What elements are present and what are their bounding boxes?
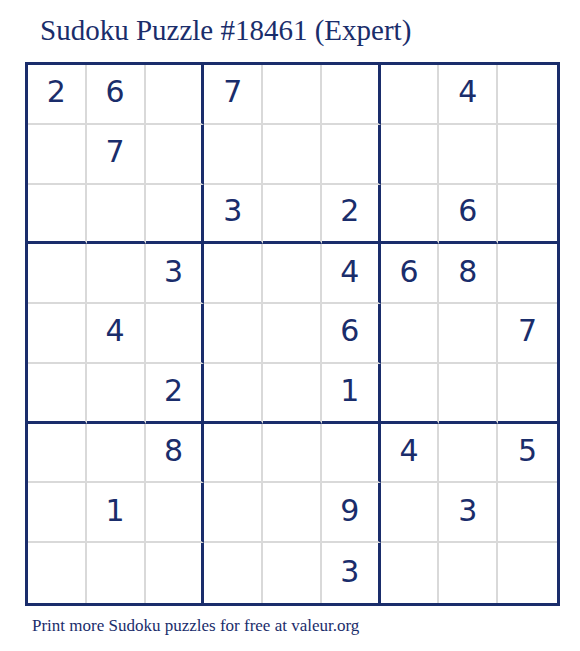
cell-r4c6: 4 bbox=[322, 244, 381, 304]
cell-r8c5 bbox=[263, 483, 322, 543]
cell-r9c4 bbox=[204, 543, 263, 603]
cell-r6c7 bbox=[381, 364, 440, 424]
cell-r5c7 bbox=[381, 304, 440, 364]
cell-r2c8 bbox=[439, 125, 498, 185]
cell-r3c8: 6 bbox=[439, 185, 498, 245]
cell-r5c3 bbox=[146, 304, 205, 364]
cell-r5c9: 7 bbox=[498, 304, 557, 364]
page-title: Sudoku Puzzle #18461 (Expert) bbox=[40, 14, 411, 47]
cell-r2c6 bbox=[322, 125, 381, 185]
cell-r6c3: 2 bbox=[146, 364, 205, 424]
cell-r6c1 bbox=[28, 364, 87, 424]
cell-r3c6: 2 bbox=[322, 185, 381, 245]
cell-r8c6: 9 bbox=[322, 483, 381, 543]
cell-r3c1 bbox=[28, 185, 87, 245]
cell-r8c7 bbox=[381, 483, 440, 543]
cell-r1c9 bbox=[498, 65, 557, 125]
sudoku-board: 267473263468467218451933 bbox=[25, 62, 560, 606]
cell-r3c3 bbox=[146, 185, 205, 245]
cell-r5c4 bbox=[204, 304, 263, 364]
cell-r4c7: 6 bbox=[381, 244, 440, 304]
cell-r1c2: 6 bbox=[87, 65, 146, 125]
cell-r7c8 bbox=[439, 424, 498, 484]
cell-r4c4 bbox=[204, 244, 263, 304]
cell-r8c8: 3 bbox=[439, 483, 498, 543]
cell-r7c1 bbox=[28, 424, 87, 484]
cell-r1c5 bbox=[263, 65, 322, 125]
cell-r8c3 bbox=[146, 483, 205, 543]
cell-r6c9 bbox=[498, 364, 557, 424]
cell-r5c5 bbox=[263, 304, 322, 364]
cell-r8c1 bbox=[28, 483, 87, 543]
cell-r3c5 bbox=[263, 185, 322, 245]
cell-r6c6: 1 bbox=[322, 364, 381, 424]
footer-text: Print more Sudoku puzzles for free at va… bbox=[32, 616, 359, 636]
cell-r3c2 bbox=[87, 185, 146, 245]
cell-r9c2 bbox=[87, 543, 146, 603]
cell-r5c1 bbox=[28, 304, 87, 364]
cell-r9c1 bbox=[28, 543, 87, 603]
cell-r7c9: 5 bbox=[498, 424, 557, 484]
cell-r6c8 bbox=[439, 364, 498, 424]
cell-r4c9 bbox=[498, 244, 557, 304]
cell-r7c5 bbox=[263, 424, 322, 484]
cell-r8c4 bbox=[204, 483, 263, 543]
cell-r7c7: 4 bbox=[381, 424, 440, 484]
cell-r9c5 bbox=[263, 543, 322, 603]
cell-r4c1 bbox=[28, 244, 87, 304]
cell-r9c3 bbox=[146, 543, 205, 603]
cell-r6c5 bbox=[263, 364, 322, 424]
cell-r2c3 bbox=[146, 125, 205, 185]
cell-r9c7 bbox=[381, 543, 440, 603]
cell-r6c4 bbox=[204, 364, 263, 424]
cell-r4c8: 8 bbox=[439, 244, 498, 304]
cell-r8c9 bbox=[498, 483, 557, 543]
cell-r4c3: 3 bbox=[146, 244, 205, 304]
cell-r7c4 bbox=[204, 424, 263, 484]
cell-r7c6 bbox=[322, 424, 381, 484]
cell-r2c5 bbox=[263, 125, 322, 185]
cell-r2c2: 7 bbox=[87, 125, 146, 185]
cell-r5c8 bbox=[439, 304, 498, 364]
cell-r1c6 bbox=[322, 65, 381, 125]
cell-r9c8 bbox=[439, 543, 498, 603]
cell-r5c6: 6 bbox=[322, 304, 381, 364]
cell-r2c4 bbox=[204, 125, 263, 185]
cell-r9c9 bbox=[498, 543, 557, 603]
cell-r2c7 bbox=[381, 125, 440, 185]
cell-r9c6: 3 bbox=[322, 543, 381, 603]
cell-r2c9 bbox=[498, 125, 557, 185]
cell-r1c1: 2 bbox=[28, 65, 87, 125]
cell-r4c2 bbox=[87, 244, 146, 304]
cell-r2c1 bbox=[28, 125, 87, 185]
cell-r3c9 bbox=[498, 185, 557, 245]
cell-r4c5 bbox=[263, 244, 322, 304]
cell-r3c7 bbox=[381, 185, 440, 245]
cell-r7c3: 8 bbox=[146, 424, 205, 484]
cell-r7c2 bbox=[87, 424, 146, 484]
cell-r3c4: 3 bbox=[204, 185, 263, 245]
cell-r1c8: 4 bbox=[439, 65, 498, 125]
cell-r1c4: 7 bbox=[204, 65, 263, 125]
cell-r8c2: 1 bbox=[87, 483, 146, 543]
cell-r1c3 bbox=[146, 65, 205, 125]
cell-r1c7 bbox=[381, 65, 440, 125]
cell-r6c2 bbox=[87, 364, 146, 424]
cell-r5c2: 4 bbox=[87, 304, 146, 364]
